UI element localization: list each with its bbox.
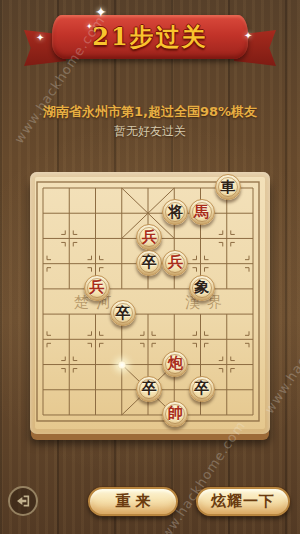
banner-ribbon: 21步过关 <box>52 15 248 59</box>
piece-red-general[interactable]: 帥 <box>162 401 188 427</box>
rank-text: 湖南省永州市第1,超过全国98%棋友 <box>0 103 300 121</box>
sparkle-icon: ✦ <box>36 32 44 43</box>
piece-red-soldier[interactable]: 兵 <box>162 250 188 276</box>
piece-black-general[interactable]: 将 <box>162 199 188 225</box>
move-highlight-dot <box>118 361 126 369</box>
piece-red-cannon[interactable]: 炮 <box>162 351 188 377</box>
banner-title: 21步过关 <box>52 15 248 59</box>
sparkle-icon: ✦ <box>95 4 107 20</box>
back-button[interactable] <box>8 486 38 516</box>
return-arrow-icon <box>15 493 31 509</box>
piece-red-soldier[interactable]: 兵 <box>136 224 162 250</box>
piece-red-soldier[interactable]: 兵 <box>84 275 110 301</box>
piece-black-chariot[interactable]: 車 <box>215 174 241 200</box>
xiangqi-board[interactable]: 楚河 漢界 車将馬兵卒兵兵象卒炮卒卒帥 <box>30 172 270 434</box>
restart-button[interactable]: 重来 <box>88 487 178 516</box>
sparkle-icon: ✦ <box>86 22 93 31</box>
piece-black-soldier[interactable]: 卒 <box>136 376 162 402</box>
pieces-layer: 車将馬兵卒兵兵象卒炮卒卒帥 <box>30 172 270 434</box>
piece-black-elephant[interactable]: 象 <box>189 275 215 301</box>
piece-red-horse[interactable]: 馬 <box>189 199 215 225</box>
sparkle-icon: ✦ <box>244 30 252 41</box>
piece-black-soldier[interactable]: 卒 <box>110 300 136 326</box>
piece-black-soldier[interactable]: 卒 <box>136 250 162 276</box>
friends-status-text: 暂无好友过关 <box>0 123 300 140</box>
piece-black-soldier[interactable]: 卒 <box>189 376 215 402</box>
game-screen: www.hackhome.com www.hackhome.com www.ha… <box>0 0 300 534</box>
showoff-button[interactable]: 炫耀一下 <box>196 487 290 516</box>
